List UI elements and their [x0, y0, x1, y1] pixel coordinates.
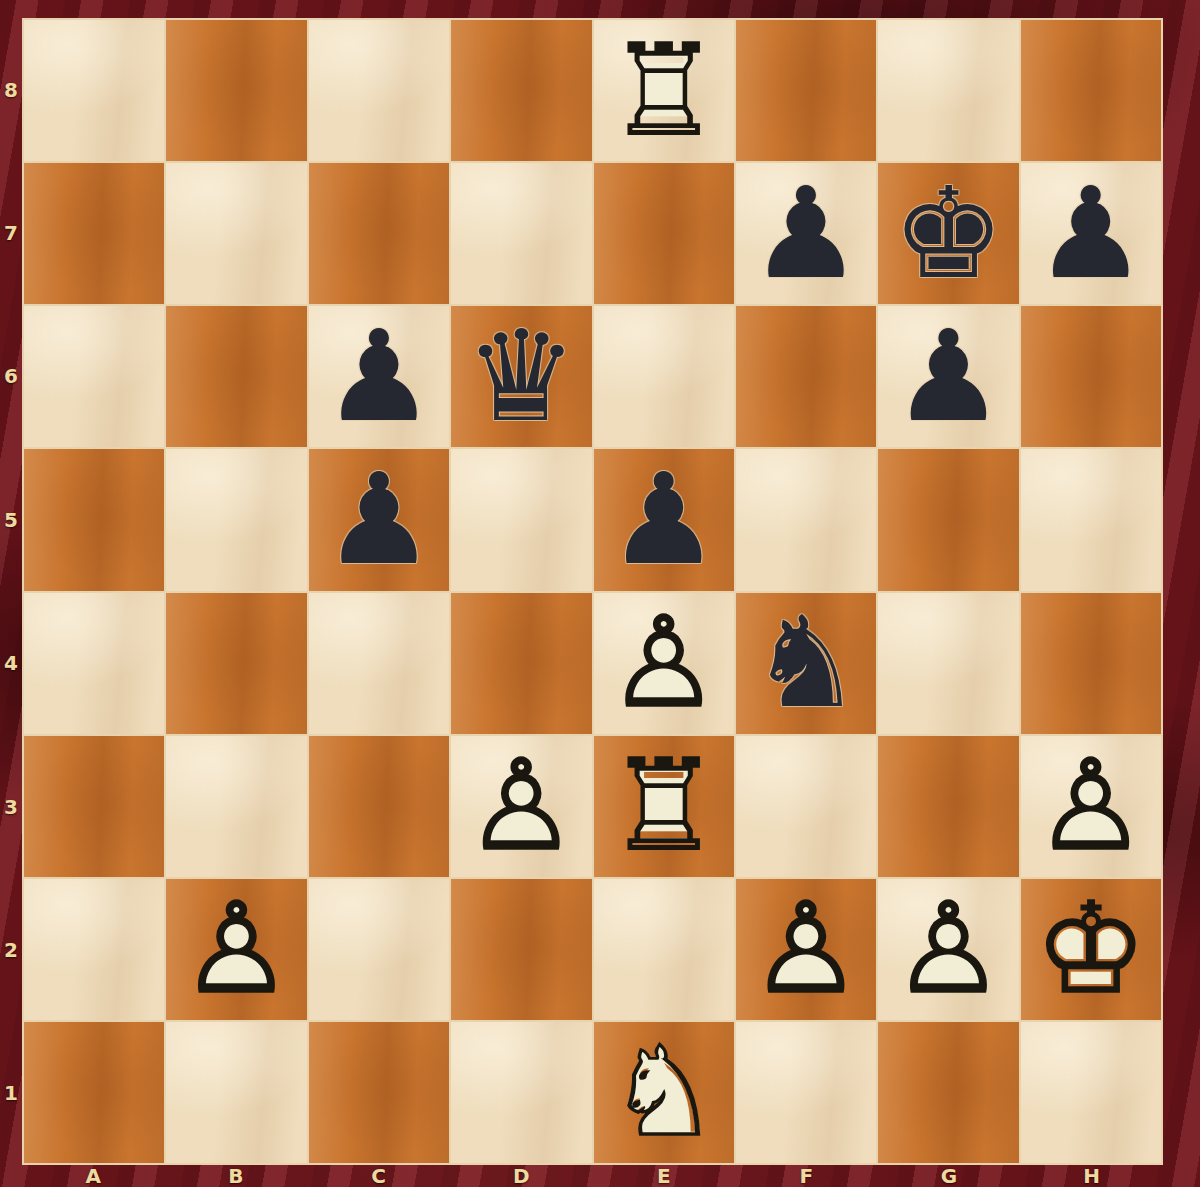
rank-label-5: 5: [0, 448, 22, 591]
square-f1[interactable]: [736, 1022, 876, 1163]
file-label-g: G: [878, 1165, 1021, 1187]
square-h7[interactable]: ♟: [1021, 163, 1161, 304]
square-a3[interactable]: [24, 736, 164, 877]
square-b1[interactable]: [166, 1022, 306, 1163]
square-f2[interactable]: ♟♙: [736, 879, 876, 1020]
rank-label-2: 2: [0, 878, 22, 1021]
square-f3[interactable]: [736, 736, 876, 877]
white-pawn[interactable]: ♟♙: [1021, 736, 1161, 877]
square-e2[interactable]: [594, 879, 734, 1020]
square-c8[interactable]: [309, 20, 449, 161]
rank-label-6: 6: [0, 305, 22, 448]
square-d2[interactable]: [451, 879, 591, 1020]
square-b7[interactable]: [166, 163, 306, 304]
white-piece-outline: ♙: [1034, 743, 1147, 869]
square-d6[interactable]: ♛: [451, 306, 591, 447]
square-c3[interactable]: [309, 736, 449, 877]
square-b5[interactable]: [166, 449, 306, 590]
square-f4[interactable]: ♞: [736, 593, 876, 734]
square-f6[interactable]: [736, 306, 876, 447]
file-label-d: D: [450, 1165, 593, 1187]
black-piece-glyph: ♟: [607, 457, 720, 583]
square-h8[interactable]: [1021, 20, 1161, 161]
square-b2[interactable]: ♟♙: [166, 879, 306, 1020]
black-pawn[interactable]: ♟: [309, 306, 449, 447]
white-piece-outline: ♖: [607, 743, 720, 869]
square-g3[interactable]: [878, 736, 1018, 877]
square-f5[interactable]: [736, 449, 876, 590]
black-pawn[interactable]: ♟: [1021, 163, 1161, 304]
square-h6[interactable]: [1021, 306, 1161, 447]
white-piece-outline: ♖: [607, 28, 720, 154]
square-e4[interactable]: ♟♙: [594, 593, 734, 734]
square-g5[interactable]: [878, 449, 1018, 590]
chess-board: ♜♖♟♚♟♟♛♟♟♟♟♙♞♟♙♜♖♟♙♟♙♟♙♟♙♚♔♞♘: [22, 18, 1163, 1165]
square-e7[interactable]: [594, 163, 734, 304]
white-piece-outline: ♔: [1034, 886, 1147, 1012]
square-e3[interactable]: ♜♖: [594, 736, 734, 877]
file-label-c: C: [307, 1165, 450, 1187]
square-c2[interactable]: [309, 879, 449, 1020]
square-e1[interactable]: ♞♘: [594, 1022, 734, 1163]
rank-label-8: 8: [0, 18, 22, 161]
square-a2[interactable]: [24, 879, 164, 1020]
square-d1[interactable]: [451, 1022, 591, 1163]
black-pawn[interactable]: ♟: [594, 449, 734, 590]
black-king[interactable]: ♚: [878, 163, 1018, 304]
file-label-f: F: [735, 1165, 878, 1187]
square-g1[interactable]: [878, 1022, 1018, 1163]
square-g7[interactable]: ♚: [878, 163, 1018, 304]
black-piece-glyph: ♛: [465, 314, 578, 440]
square-a8[interactable]: [24, 20, 164, 161]
file-label-b: B: [165, 1165, 308, 1187]
white-pawn[interactable]: ♟♙: [594, 593, 734, 734]
file-label-a: A: [22, 1165, 165, 1187]
square-a1[interactable]: [24, 1022, 164, 1163]
square-h4[interactable]: [1021, 593, 1161, 734]
file-label-h: H: [1020, 1165, 1163, 1187]
white-piece-outline: ♙: [607, 600, 720, 726]
chessboard-frame: 87654321 ♜♖♟♚♟♟♛♟♟♟♟♙♞♟♙♜♖♟♙♟♙♟♙♟♙♚♔♞♘ A…: [0, 0, 1200, 1187]
rank-label-7: 7: [0, 161, 22, 304]
square-e6[interactable]: [594, 306, 734, 447]
square-g8[interactable]: [878, 20, 1018, 161]
white-piece-outline: ♘: [607, 1029, 720, 1155]
white-piece-outline: ♙: [465, 743, 578, 869]
file-label-e: E: [593, 1165, 736, 1187]
square-a7[interactable]: [24, 163, 164, 304]
square-b8[interactable]: [166, 20, 306, 161]
white-knight[interactable]: ♞♘: [594, 1022, 734, 1163]
square-c1[interactable]: [309, 1022, 449, 1163]
square-h3[interactable]: ♟♙: [1021, 736, 1161, 877]
black-pawn[interactable]: ♟: [309, 449, 449, 590]
square-d8[interactable]: [451, 20, 591, 161]
square-a5[interactable]: [24, 449, 164, 590]
black-piece-glyph: ♟: [750, 171, 863, 297]
square-g4[interactable]: [878, 593, 1018, 734]
black-piece-glyph: ♟: [1034, 171, 1147, 297]
square-h1[interactable]: [1021, 1022, 1161, 1163]
square-b4[interactable]: [166, 593, 306, 734]
black-piece-glyph: ♟: [322, 457, 435, 583]
white-piece-outline: ♙: [750, 886, 863, 1012]
square-d3[interactable]: ♟♙: [451, 736, 591, 877]
square-c7[interactable]: [309, 163, 449, 304]
square-f7[interactable]: ♟: [736, 163, 876, 304]
white-rook[interactable]: ♜♖: [594, 20, 734, 161]
white-rook[interactable]: ♜♖: [594, 736, 734, 877]
black-knight[interactable]: ♞: [736, 593, 876, 734]
rank-label-3: 3: [0, 735, 22, 878]
square-b3[interactable]: [166, 736, 306, 877]
rank-label-1: 1: [0, 1022, 22, 1165]
square-c5[interactable]: ♟: [309, 449, 449, 590]
square-e8[interactable]: ♜♖: [594, 20, 734, 161]
square-d4[interactable]: [451, 593, 591, 734]
square-g2[interactable]: ♟♙: [878, 879, 1018, 1020]
square-b6[interactable]: [166, 306, 306, 447]
white-pawn[interactable]: ♟♙: [736, 879, 876, 1020]
square-a6[interactable]: [24, 306, 164, 447]
black-piece-glyph: ♞: [750, 600, 863, 726]
square-g6[interactable]: ♟: [878, 306, 1018, 447]
square-h5[interactable]: [1021, 449, 1161, 590]
square-a4[interactable]: [24, 593, 164, 734]
white-pawn[interactable]: ♟♙: [451, 736, 591, 877]
black-piece-glyph: ♟: [322, 314, 435, 440]
square-f8[interactable]: [736, 20, 876, 161]
black-piece-glyph: ♚: [892, 171, 1005, 297]
square-c6[interactable]: ♟: [309, 306, 449, 447]
square-c4[interactable]: [309, 593, 449, 734]
square-d5[interactable]: [451, 449, 591, 590]
white-pawn[interactable]: ♟♙: [166, 879, 306, 1020]
black-queen[interactable]: ♛: [451, 306, 591, 447]
white-piece-outline: ♙: [180, 886, 293, 1012]
black-pawn[interactable]: ♟: [736, 163, 876, 304]
square-h2[interactable]: ♚♔: [1021, 879, 1161, 1020]
file-labels: ABCDEFGH: [22, 1165, 1163, 1187]
rank-labels: 87654321: [0, 18, 22, 1165]
white-pawn[interactable]: ♟♙: [878, 879, 1018, 1020]
white-piece-outline: ♙: [892, 886, 1005, 1012]
rank-label-4: 4: [0, 592, 22, 735]
black-pawn[interactable]: ♟: [878, 306, 1018, 447]
white-king[interactable]: ♚♔: [1021, 879, 1161, 1020]
black-piece-glyph: ♟: [892, 314, 1005, 440]
square-e5[interactable]: ♟: [594, 449, 734, 590]
square-d7[interactable]: [451, 163, 591, 304]
